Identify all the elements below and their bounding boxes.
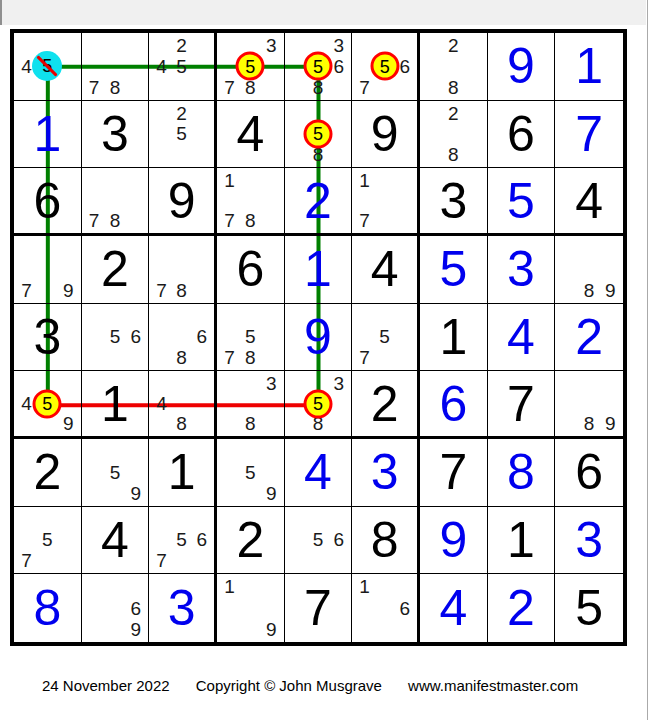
cell-r7c7[interactable]: 7 [420,439,488,507]
given-digit: 6 [217,236,284,303]
candidate-7: 7 [16,550,37,571]
cell-r2c6[interactable]: 9 [352,101,420,169]
given-digit: 4 [217,101,284,168]
given-digit: 6 [488,101,555,168]
solved-digit: 9 [285,304,352,371]
candidate-2: 2 [443,103,464,124]
candidate-9: 9 [261,483,282,504]
candidate-9: 9 [600,280,621,301]
cell-r9c6[interactable]: 16 [352,574,420,642]
given-digit: 6 [555,439,623,506]
solved-digit: 1 [285,236,352,303]
given-digit: 2 [352,371,417,436]
solved-digit: 5 [488,168,555,233]
candidate-7: 7 [151,550,171,571]
cell-r8c6[interactable]: 8 [352,507,420,575]
highlight-circle-yellow: 5 [303,52,332,81]
candidate-5: 5 [240,462,261,483]
candidate-8: 8 [579,414,600,434]
candidate-6: 6 [395,598,415,619]
cell-r6c4[interactable]: 38 [217,371,285,439]
candidate-3: 3 [328,35,349,56]
cell-r3c4[interactable]: 178 [217,168,285,236]
cell-r4c8[interactable]: 3 [488,236,556,304]
candidate-9: 9 [600,414,621,434]
given-digit: 1 [82,371,149,436]
candidate-7: 7 [84,77,105,98]
given-digit: 7 [420,439,487,506]
elimination-slash [37,56,58,77]
given-digit: 2 [82,236,149,303]
candidate-6: 6 [328,530,349,551]
candidate-6: 6 [125,327,146,348]
cell-r8c7[interactable]: 9 [420,507,488,575]
given-digit: 6 [14,168,81,233]
candidate-8: 8 [105,77,126,98]
candidate-8: 8 [443,144,464,165]
candidate-5: 5 [308,530,329,551]
solved-digit: 4 [488,304,555,371]
cell-r9c5[interactable]: 7 [285,574,353,642]
candidate-8: 8 [172,280,192,301]
candidate-9: 9 [125,483,146,504]
candidate-3: 3 [261,373,282,393]
cell-r3c9[interactable]: 4 [555,168,623,236]
cell-r6c7[interactable]: 6 [420,371,488,439]
solved-digit: 2 [555,304,623,371]
solved-digit: 7 [555,101,623,168]
candidate-5: 5 [37,530,58,551]
cell-r3c8[interactable]: 5 [488,168,556,236]
cell-r1c9[interactable]: 1 [555,33,623,101]
candidate-7: 7 [84,211,105,231]
window-edge-line [647,0,648,720]
candidate-3: 3 [328,373,349,393]
cell-r4c4[interactable]: 6 [217,236,285,304]
cell-r2c9[interactable]: 7 [555,101,623,169]
sudoku-board: 4557824535785356855675289113254585928676… [10,29,627,646]
cell-r3c5[interactable]: 2 [285,168,353,236]
cell-r3c2[interactable]: 78 [82,168,150,236]
cell-r3c1[interactable]: 6 [14,168,82,236]
candidate-7: 7 [16,280,37,301]
candidate-7: 7 [354,347,374,368]
cell-r6c8[interactable]: 7 [488,371,556,439]
cell-r7c1[interactable]: 2 [14,439,82,507]
given-digit: 1 [420,304,487,371]
elimination-circle-cyan: 5 [32,51,62,81]
solved-digit: 5 [420,236,487,303]
candidates: 78 [151,238,212,301]
candidate-2: 2 [172,103,192,124]
highlight-circle-yellow: 5 [303,119,332,148]
candidates: 578 [219,306,282,369]
candidate-8: 8 [443,77,464,98]
footer-copyright: Copyright © John Musgrave [196,677,382,694]
given-digit: 7 [285,574,352,642]
window-toolbar-strip [0,0,646,25]
candidates: 56 [287,509,350,572]
cell-r1c1[interactable]: 455 [14,33,82,101]
candidate-2: 2 [172,35,192,56]
footer: 24 November 2022 Copyright © John Musgra… [42,677,578,694]
cell-r8c8[interactable]: 1 [488,507,556,575]
cell-r5c1[interactable]: 3 [14,304,82,372]
given-digit: 7 [488,371,555,436]
cell-r4c3[interactable]: 78 [149,236,217,304]
cell-r4c5[interactable]: 1 [285,236,353,304]
cell-r8c9[interactable]: 3 [555,507,623,575]
cell-r6c1[interactable]: 4595 [14,371,82,439]
highlight-circle-yellow: 5 [303,389,332,418]
candidate-9: 9 [58,414,79,434]
candidate-8: 8 [240,211,261,231]
cell-r2c7[interactable]: 28 [420,101,488,169]
solved-digit: 4 [420,574,487,642]
sudoku-grid: 4557824535785356855675289113254585928676… [14,33,623,642]
candidates: 78 [84,170,147,231]
candidate-5: 5 [172,530,192,551]
candidate-9: 9 [58,280,79,301]
candidates: 89 [557,238,621,301]
cell-r5c4[interactable]: 578 [217,304,285,372]
candidates: 19 [219,576,282,640]
candidate-7: 7 [354,211,374,231]
cell-r1c8[interactable]: 9 [488,33,556,101]
cell-r6c9[interactable]: 89 [555,371,623,439]
solved-digit: 2 [285,168,352,233]
given-digit: 2 [217,507,284,574]
candidate-5: 5 [375,327,395,348]
cell-r7c4[interactable]: 59 [217,439,285,507]
candidate-1: 1 [354,170,374,190]
cell-r2c5[interactable]: 585 [285,101,353,169]
highlight-circle-yellow: 5 [370,52,399,81]
candidate-1: 1 [354,576,374,597]
candidate-8: 8 [172,347,192,368]
candidate-3: 3 [261,35,282,56]
cell-r2c4[interactable]: 4 [217,101,285,169]
given-digit: 8 [352,507,417,574]
cell-r1c7[interactable]: 28 [420,33,488,101]
cell-r1c4[interactable]: 35785 [217,33,285,101]
candidate-8: 8 [579,280,600,301]
candidate-6: 6 [192,530,212,551]
candidates: 79 [16,238,79,301]
cell-r8c3[interactable]: 567 [149,507,217,575]
candidates: 59 [219,441,282,504]
given-digit: 4 [555,168,623,233]
cell-r5c3[interactable]: 68 [149,304,217,372]
candidates: 28 [422,35,485,98]
cell-r4c9[interactable]: 89 [555,236,623,304]
given-digit: 2 [14,439,81,506]
candidate-7: 7 [219,211,240,231]
cell-r8c5[interactable]: 56 [285,507,353,575]
candidates: 16 [354,576,415,640]
solved-digit: 1 [555,33,623,100]
given-digit: 1 [149,439,214,506]
given-digit: 3 [82,101,149,168]
solved-digit: 4 [285,439,352,506]
candidate-2: 2 [443,35,464,56]
solved-digit: 6 [420,371,487,436]
cell-r7c9[interactable]: 6 [555,439,623,507]
cell-r2c3[interactable]: 25 [149,101,217,169]
cell-r1c5[interactable]: 35685 [285,33,353,101]
candidates: 245 [151,35,212,98]
candidates: 68 [151,306,212,369]
cell-r7c6[interactable]: 3 [352,439,420,507]
cell-r5c7[interactable]: 1 [420,304,488,372]
candidate-9: 9 [261,619,282,640]
candidate-1: 1 [219,170,240,190]
solved-digit: 3 [352,439,417,506]
candidate-4: 4 [151,56,171,77]
candidates: 69 [84,576,147,640]
cell-r7c5[interactable]: 4 [285,439,353,507]
candidates: 78 [84,35,147,98]
cell-r9c4[interactable]: 19 [217,574,285,642]
candidates: 56 [84,306,147,369]
cell-r6c6[interactable]: 2 [352,371,420,439]
cell-r2c8[interactable]: 6 [488,101,556,169]
candidate-5: 5 [105,327,126,348]
cell-r7c3[interactable]: 1 [149,439,217,507]
candidates: 57 [16,509,79,572]
candidates: 89 [557,373,621,434]
cell-r4c7[interactable]: 5 [420,236,488,304]
cell-r1c3[interactable]: 245 [149,33,217,101]
given-digit: 4 [82,507,149,574]
candidate-9: 9 [125,619,146,640]
cell-r3c6[interactable]: 17 [352,168,420,236]
cell-r3c7[interactable]: 3 [420,168,488,236]
candidates: 57 [354,306,415,369]
cell-r4c2[interactable]: 2 [82,236,150,304]
cell-r3c3[interactable]: 9 [149,168,217,236]
solved-digit: 3 [555,507,623,574]
cell-r4c6[interactable]: 4 [352,236,420,304]
footer-site-link[interactable]: www.manifestmaster.com [408,677,578,694]
candidates: 17 [354,170,415,231]
candidates: 48 [151,373,212,434]
cell-r8c2[interactable]: 4 [82,507,150,575]
cell-r9c1[interactable]: 8 [14,574,82,642]
candidate-8: 8 [240,414,261,434]
given-digit: 9 [149,168,214,233]
candidate-8: 8 [240,347,261,368]
candidate-5: 5 [105,462,126,483]
cell-r2c2[interactable]: 3 [82,101,150,169]
candidates: 25 [151,103,212,166]
given-digit: 1 [488,507,555,574]
solved-digit: 8 [14,574,81,642]
highlight-circle-yellow: 5 [33,389,62,418]
candidate-5: 5 [172,124,192,145]
highlight-circle-yellow: 5 [236,52,265,81]
cell-r5c9[interactable]: 2 [555,304,623,372]
cell-r5c8[interactable]: 4 [488,304,556,372]
cell-r9c8[interactable]: 2 [488,574,556,642]
solved-digit: 2 [488,574,555,642]
candidate-5: 5 [172,56,192,77]
cell-r1c6[interactable]: 5675 [352,33,420,101]
candidates: 38 [219,373,282,434]
solved-digit: 3 [149,574,214,642]
candidates: 178 [219,170,282,231]
candidates: 567 [151,509,212,572]
solved-digit: 9 [420,507,487,574]
solved-digit: 1 [14,101,81,168]
candidate-7: 7 [219,77,240,98]
candidate-8: 8 [105,211,126,231]
candidate-6: 6 [192,327,212,348]
cell-r5c2[interactable]: 56 [82,304,150,372]
candidate-7: 7 [151,280,171,301]
candidate-8: 8 [172,414,192,434]
candidate-4: 4 [151,394,171,414]
cell-r9c2[interactable]: 69 [82,574,150,642]
footer-date: 24 November 2022 [42,677,170,694]
cell-r8c4[interactable]: 2 [217,507,285,575]
candidate-1: 1 [219,576,240,597]
solved-digit: 8 [488,439,555,506]
cell-r9c9[interactable]: 5 [555,574,623,642]
given-digit: 3 [420,168,487,233]
cell-r6c3[interactable]: 48 [149,371,217,439]
cell-r5c6[interactable]: 57 [352,304,420,372]
candidates: 28 [422,103,485,166]
cell-r9c3[interactable]: 3 [149,574,217,642]
solved-digit: 3 [488,236,555,303]
cell-r7c2[interactable]: 59 [82,439,150,507]
candidate-6: 6 [125,598,146,619]
candidate-7: 7 [219,347,240,368]
cell-r1c2[interactable]: 78 [82,33,150,101]
cell-r6c5[interactable]: 3585 [285,371,353,439]
given-digit: 5 [555,574,623,642]
cell-r5c5[interactable]: 9 [285,304,353,372]
cell-r2c1[interactable]: 1 [14,101,82,169]
solved-digit: 9 [488,33,555,100]
cell-r4c1[interactable]: 79 [14,236,82,304]
candidate-7: 7 [354,77,374,98]
cell-r6c2[interactable]: 1 [82,371,150,439]
cell-r9c7[interactable]: 4 [420,574,488,642]
given-digit: 3 [14,304,81,371]
candidate-5: 5 [240,327,261,348]
candidates: 59 [84,441,147,504]
cell-r7c8[interactable]: 8 [488,439,556,507]
given-digit: 9 [352,101,417,168]
cell-r8c1[interactable]: 57 [14,507,82,575]
given-digit: 4 [352,236,417,303]
